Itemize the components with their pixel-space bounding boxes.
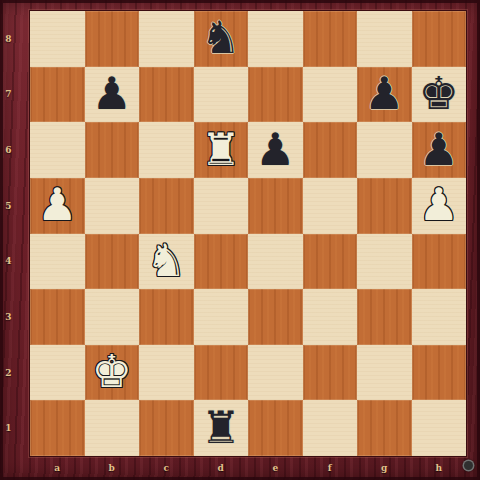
square-g5[interactable] bbox=[357, 178, 412, 234]
file-label-e: e bbox=[248, 460, 303, 476]
piece-white-pawn-h5[interactable]: ♟ bbox=[419, 182, 459, 227]
piece-black-pawn-h6[interactable]: ♟ bbox=[419, 127, 459, 172]
square-b8[interactable] bbox=[85, 11, 140, 67]
square-e6[interactable]: ♟ bbox=[248, 122, 303, 178]
rank-label-5: 5 bbox=[2, 178, 15, 234]
square-a1[interactable] bbox=[30, 400, 85, 456]
square-h2[interactable] bbox=[412, 345, 467, 401]
square-h7[interactable]: ♚ bbox=[412, 67, 467, 123]
piece-white-rook-d6[interactable]: ♜ bbox=[201, 127, 241, 172]
square-a8[interactable] bbox=[30, 11, 85, 67]
piece-white-knight-c4[interactable]: ♞ bbox=[146, 238, 186, 283]
piece-black-king-h7[interactable]: ♚ bbox=[419, 71, 459, 116]
square-h8[interactable] bbox=[412, 11, 467, 67]
piece-black-rook-d1[interactable]: ♜ bbox=[201, 405, 241, 450]
square-c6[interactable] bbox=[139, 122, 194, 178]
square-b7[interactable]: ♟ bbox=[85, 67, 140, 123]
rank-label-7: 7 bbox=[2, 67, 15, 123]
file-label-g: g bbox=[357, 460, 412, 476]
square-c5[interactable] bbox=[139, 178, 194, 234]
square-f7[interactable] bbox=[303, 67, 358, 123]
rank-label-6: 6 bbox=[2, 122, 15, 178]
square-e5[interactable] bbox=[248, 178, 303, 234]
file-label-f: f bbox=[303, 460, 358, 476]
square-f1[interactable] bbox=[303, 400, 358, 456]
piece-white-pawn-a5[interactable]: ♟ bbox=[37, 182, 77, 227]
square-b1[interactable] bbox=[85, 400, 140, 456]
square-h3[interactable] bbox=[412, 289, 467, 345]
square-h6[interactable]: ♟ bbox=[412, 122, 467, 178]
square-f3[interactable] bbox=[303, 289, 358, 345]
square-a4[interactable] bbox=[30, 234, 85, 290]
square-a6[interactable] bbox=[30, 122, 85, 178]
square-f8[interactable] bbox=[303, 11, 358, 67]
square-f2[interactable] bbox=[303, 345, 358, 401]
rank-label-8: 8 bbox=[2, 11, 15, 67]
square-d7[interactable] bbox=[194, 67, 249, 123]
rank-labels: 87654321 bbox=[2, 11, 15, 456]
square-a7[interactable] bbox=[30, 67, 85, 123]
piece-white-king-b2[interactable]: ♚ bbox=[92, 349, 132, 394]
square-e7[interactable] bbox=[248, 67, 303, 123]
square-d5[interactable] bbox=[194, 178, 249, 234]
square-g1[interactable] bbox=[357, 400, 412, 456]
piece-black-pawn-g7[interactable]: ♟ bbox=[364, 71, 404, 116]
square-b6[interactable] bbox=[85, 122, 140, 178]
rank-label-1: 1 bbox=[2, 400, 15, 456]
square-g3[interactable] bbox=[357, 289, 412, 345]
square-c4[interactable]: ♞ bbox=[139, 234, 194, 290]
square-c2[interactable] bbox=[139, 345, 194, 401]
square-b2[interactable]: ♚ bbox=[85, 345, 140, 401]
square-e3[interactable] bbox=[248, 289, 303, 345]
file-label-b: b bbox=[85, 460, 140, 476]
square-e1[interactable] bbox=[248, 400, 303, 456]
square-a3[interactable] bbox=[30, 289, 85, 345]
piece-black-pawn-b7[interactable]: ♟ bbox=[92, 71, 132, 116]
square-e4[interactable] bbox=[248, 234, 303, 290]
file-label-h: h bbox=[412, 460, 467, 476]
square-a5[interactable]: ♟ bbox=[30, 178, 85, 234]
square-h1[interactable] bbox=[412, 400, 467, 456]
square-g4[interactable] bbox=[357, 234, 412, 290]
square-f4[interactable] bbox=[303, 234, 358, 290]
square-e8[interactable] bbox=[248, 11, 303, 67]
piece-black-pawn-e6[interactable]: ♟ bbox=[255, 127, 295, 172]
corner-badge bbox=[464, 461, 473, 470]
square-c8[interactable] bbox=[139, 11, 194, 67]
square-g6[interactable] bbox=[357, 122, 412, 178]
square-c7[interactable] bbox=[139, 67, 194, 123]
chess-board-screenshot: ♞♟♟♚♜♟♟♟♟♞♚♜ 87654321 abcdefgh bbox=[0, 0, 480, 480]
square-g7[interactable]: ♟ bbox=[357, 67, 412, 123]
square-f5[interactable] bbox=[303, 178, 358, 234]
square-a2[interactable] bbox=[30, 345, 85, 401]
rank-label-3: 3 bbox=[2, 289, 15, 345]
square-d1[interactable]: ♜ bbox=[194, 400, 249, 456]
piece-black-knight-d8[interactable]: ♞ bbox=[201, 15, 241, 60]
square-d8[interactable]: ♞ bbox=[194, 11, 249, 67]
square-d3[interactable] bbox=[194, 289, 249, 345]
square-d4[interactable] bbox=[194, 234, 249, 290]
square-b3[interactable] bbox=[85, 289, 140, 345]
square-b5[interactable] bbox=[85, 178, 140, 234]
square-h4[interactable] bbox=[412, 234, 467, 290]
square-e2[interactable] bbox=[248, 345, 303, 401]
square-d2[interactable] bbox=[194, 345, 249, 401]
square-g2[interactable] bbox=[357, 345, 412, 401]
square-c3[interactable] bbox=[139, 289, 194, 345]
square-h5[interactable]: ♟ bbox=[412, 178, 467, 234]
square-b4[interactable] bbox=[85, 234, 140, 290]
square-c1[interactable] bbox=[139, 400, 194, 456]
square-d6[interactable]: ♜ bbox=[194, 122, 249, 178]
rank-label-2: 2 bbox=[2, 345, 15, 401]
square-g8[interactable] bbox=[357, 11, 412, 67]
board: ♞♟♟♚♜♟♟♟♟♞♚♜ bbox=[30, 11, 466, 456]
rank-label-4: 4 bbox=[2, 234, 15, 290]
file-label-d: d bbox=[194, 460, 249, 476]
file-labels: abcdefgh bbox=[30, 460, 466, 476]
square-f6[interactable] bbox=[303, 122, 358, 178]
file-label-a: a bbox=[30, 460, 85, 476]
file-label-c: c bbox=[139, 460, 194, 476]
